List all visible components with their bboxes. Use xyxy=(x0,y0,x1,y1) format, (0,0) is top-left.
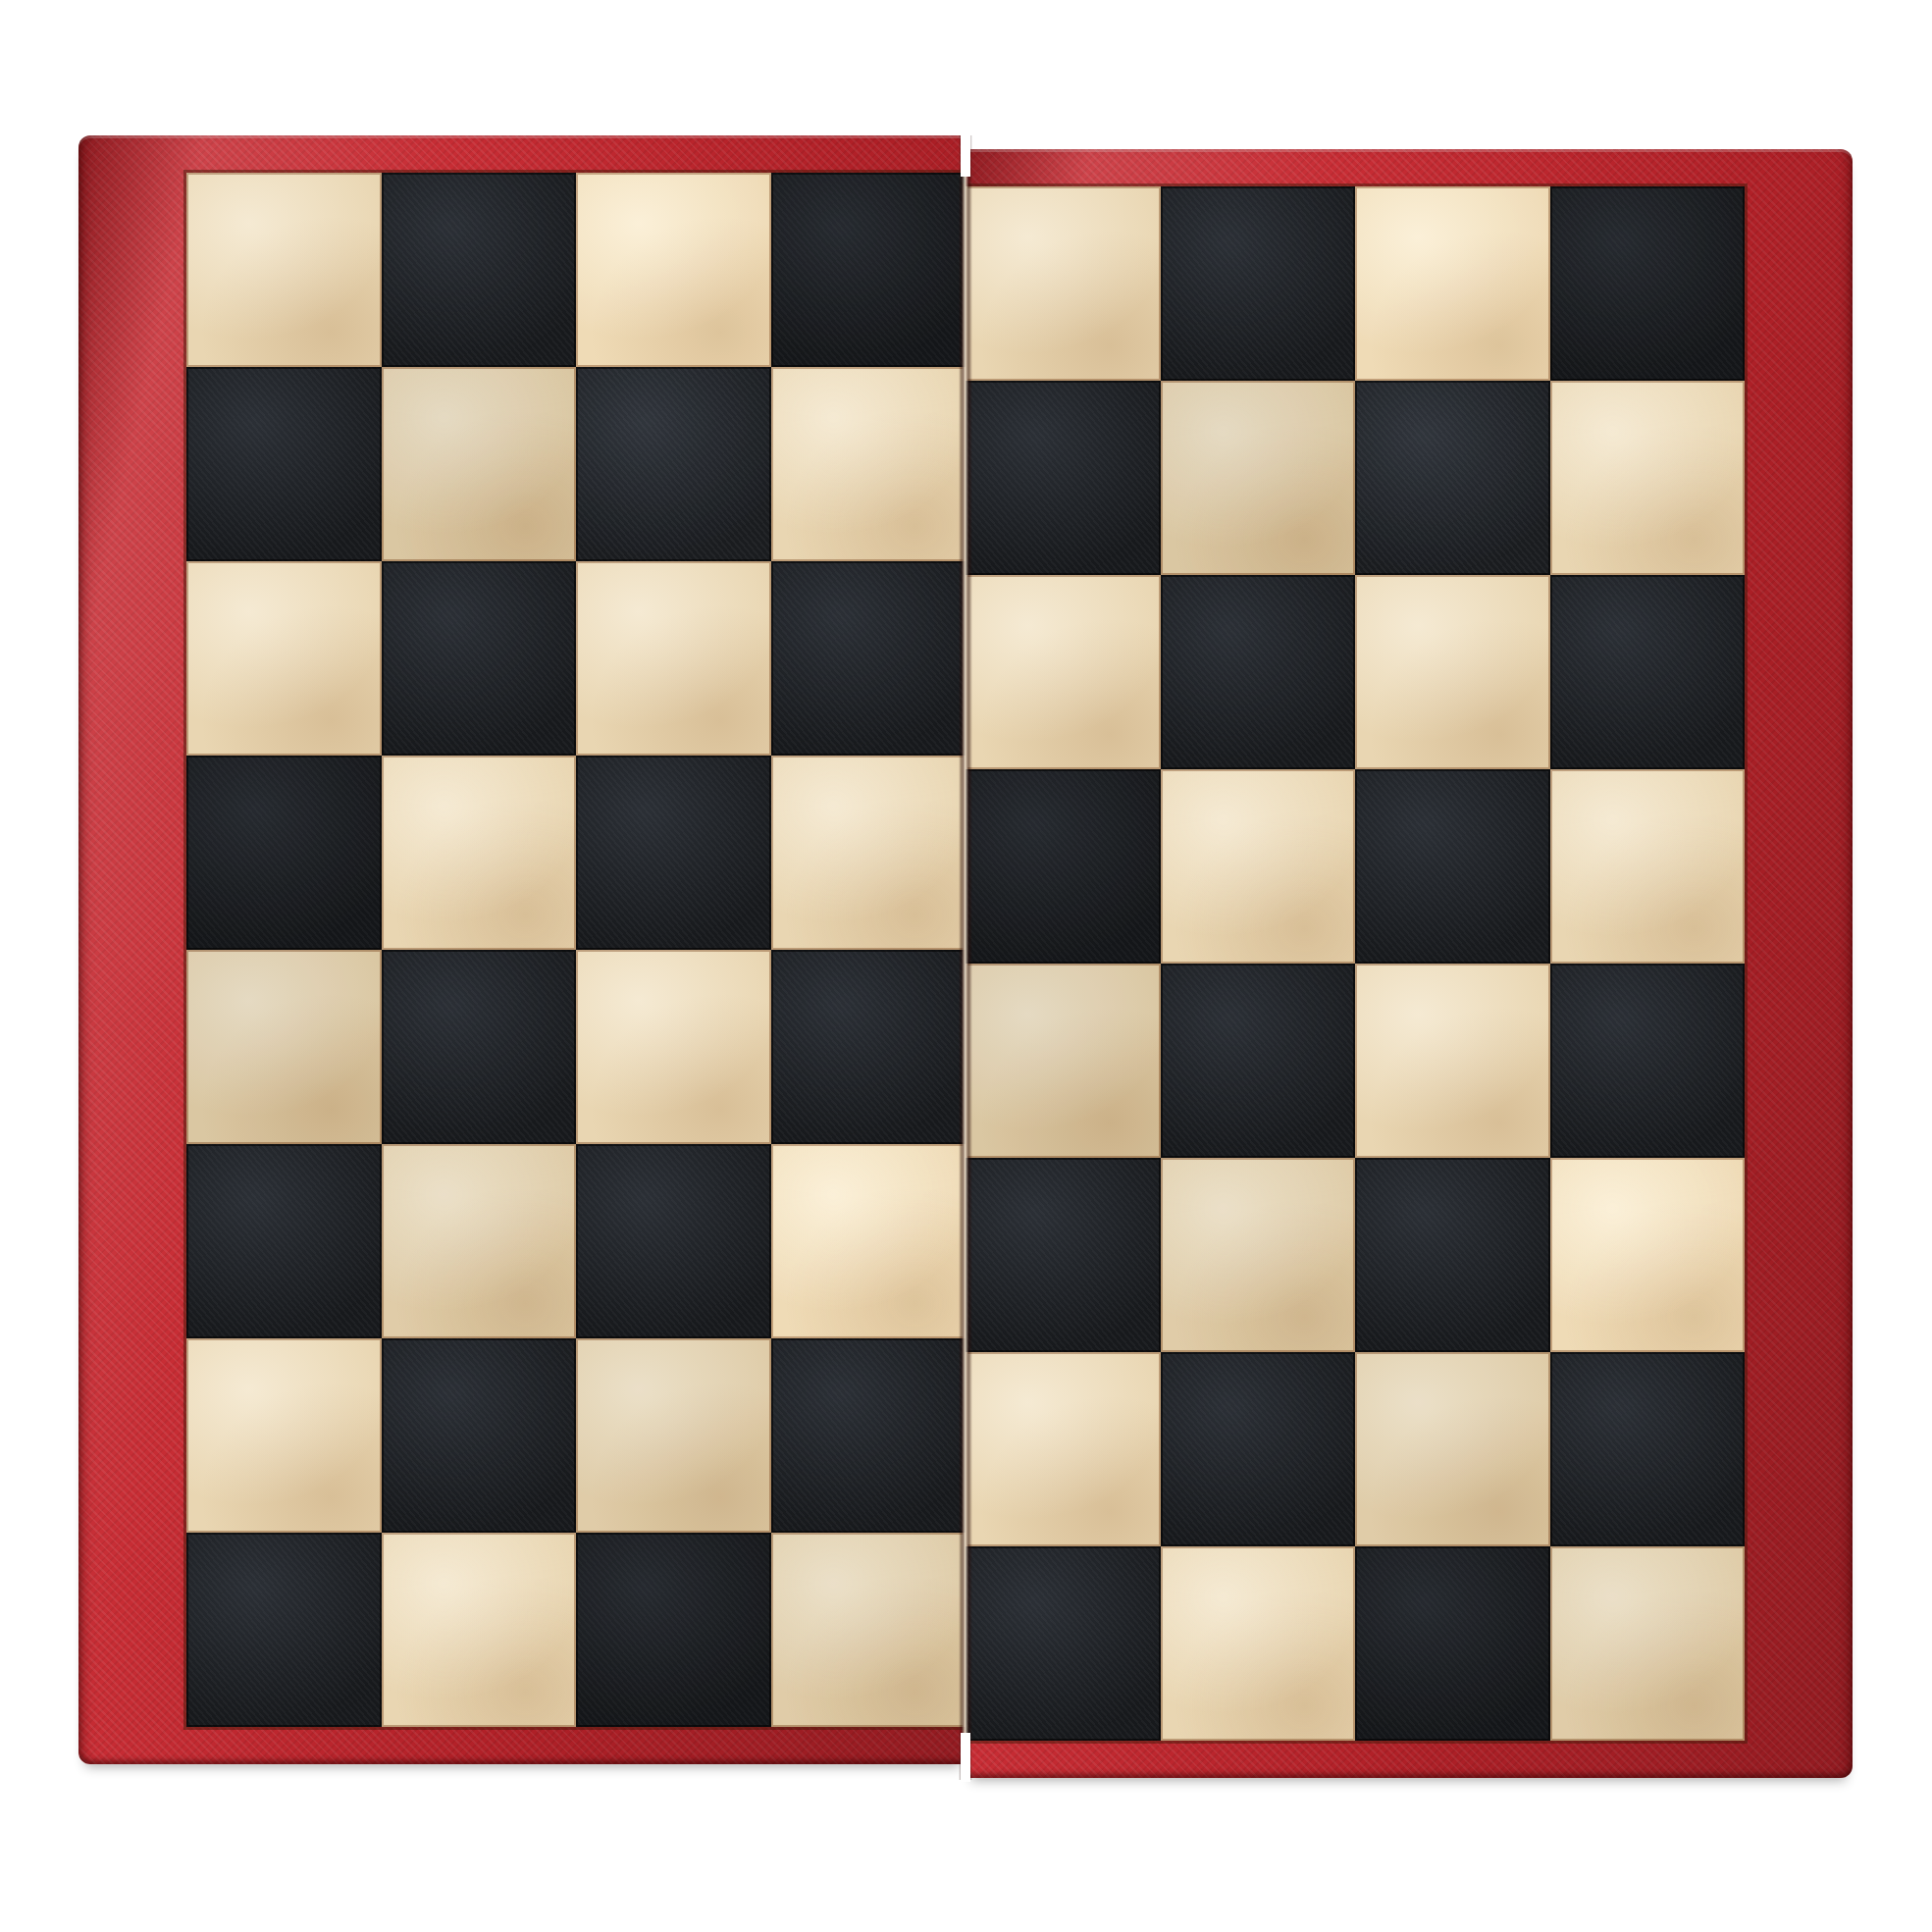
square-f5[interactable] xyxy=(1161,769,1356,964)
square-d2[interactable] xyxy=(771,1338,966,1533)
square-f7[interactable] xyxy=(1161,381,1356,575)
square-c3[interactable] xyxy=(576,1144,771,1338)
square-h3[interactable] xyxy=(1550,1158,1746,1352)
square-d4[interactable] xyxy=(771,950,966,1144)
square-f3[interactable] xyxy=(1161,1158,1356,1352)
square-b1[interactable] xyxy=(382,1533,577,1727)
square-c2[interactable] xyxy=(576,1338,771,1533)
square-h6[interactable] xyxy=(1550,575,1746,769)
square-b5[interactable] xyxy=(382,756,577,950)
square-e2[interactable] xyxy=(966,1352,1161,1546)
square-e1[interactable] xyxy=(966,1546,1161,1741)
square-b7[interactable] xyxy=(382,367,577,561)
square-d6[interactable] xyxy=(771,561,966,756)
square-d3[interactable] xyxy=(771,1144,966,1338)
square-g4[interactable] xyxy=(1355,964,1550,1158)
folding-game-board xyxy=(78,135,1853,1780)
square-f1[interactable] xyxy=(1161,1546,1356,1741)
square-d8[interactable] xyxy=(771,173,966,367)
square-b2[interactable] xyxy=(382,1338,577,1533)
square-a5[interactable] xyxy=(186,756,382,950)
right-half-squares xyxy=(966,186,1745,1741)
square-g5[interactable] xyxy=(1355,769,1550,964)
square-b8[interactable] xyxy=(382,173,577,367)
square-a1[interactable] xyxy=(186,1533,382,1727)
square-g6[interactable] xyxy=(1355,575,1550,769)
square-b6[interactable] xyxy=(382,561,577,756)
square-c1[interactable] xyxy=(576,1533,771,1727)
square-a4[interactable] xyxy=(186,950,382,1144)
square-g3[interactable] xyxy=(1355,1158,1550,1352)
square-c5[interactable] xyxy=(576,756,771,950)
square-c4[interactable] xyxy=(576,950,771,1144)
square-e5[interactable] xyxy=(966,769,1161,964)
board-right-half xyxy=(966,149,1853,1778)
square-h7[interactable] xyxy=(1550,381,1746,575)
square-d7[interactable] xyxy=(771,367,966,561)
square-e3[interactable] xyxy=(966,1158,1161,1352)
square-c8[interactable] xyxy=(576,173,771,367)
square-e6[interactable] xyxy=(966,575,1161,769)
square-h4[interactable] xyxy=(1550,964,1746,1158)
square-g2[interactable] xyxy=(1355,1352,1550,1546)
square-b3[interactable] xyxy=(382,1144,577,1338)
square-b4[interactable] xyxy=(382,950,577,1144)
square-a6[interactable] xyxy=(186,561,382,756)
square-h1[interactable] xyxy=(1550,1546,1746,1741)
square-a3[interactable] xyxy=(186,1144,382,1338)
square-f2[interactable] xyxy=(1161,1352,1356,1546)
square-g1[interactable] xyxy=(1355,1546,1550,1741)
left-half-squares xyxy=(186,173,966,1727)
square-e4[interactable] xyxy=(966,964,1161,1158)
square-a7[interactable] xyxy=(186,367,382,561)
square-h5[interactable] xyxy=(1550,769,1746,964)
square-g7[interactable] xyxy=(1355,381,1550,575)
square-a8[interactable] xyxy=(186,173,382,367)
board-left-half xyxy=(78,135,966,1764)
square-e8[interactable] xyxy=(966,186,1161,381)
square-d5[interactable] xyxy=(771,756,966,950)
square-h8[interactable] xyxy=(1550,186,1746,381)
square-g8[interactable] xyxy=(1355,186,1550,381)
square-d1[interactable] xyxy=(771,1533,966,1727)
square-c6[interactable] xyxy=(576,561,771,756)
square-f8[interactable] xyxy=(1161,186,1356,381)
square-e7[interactable] xyxy=(966,381,1161,575)
square-a2[interactable] xyxy=(186,1338,382,1533)
photo-background xyxy=(0,0,1932,1932)
square-h2[interactable] xyxy=(1550,1352,1746,1546)
square-f6[interactable] xyxy=(1161,575,1356,769)
square-f4[interactable] xyxy=(1161,964,1356,1158)
square-c7[interactable] xyxy=(576,367,771,561)
